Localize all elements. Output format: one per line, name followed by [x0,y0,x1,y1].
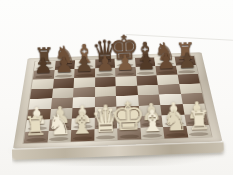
chessboard-scene: ♜♞♝♛♚♝♞♜♟♟♟♟♟♟♟♟♟♟♟♟♟♟♟♟♜♞♝♛♚♝♞♜ [13,0,220,175]
square-e6 [115,76,136,86]
board-grid: ♜♞♝♛♚♝♞♜♟♟♟♟♟♟♟♟♟♟♟♟♟♟♟♟♜♞♝♛♚♝♞♜ [22,56,212,144]
square-h5 [179,83,202,94]
square-h1: ♜ [186,125,211,138]
white-rook: ♜ [179,107,218,134]
brown-pawn: ♟ [169,50,204,72]
board-frame: ♜♞♝♛♚♝♞♜♟♟♟♟♟♟♟♟♟♟♟♟♟♟♟♟♜♞♝♛♚♝♞♜ [13,52,222,149]
square-a6 [31,79,53,89]
square-g6 [157,74,179,84]
square-d6 [95,77,116,87]
board-tilt: ♜♞♝♛♚♝♞♜♟♟♟♟♟♟♟♟♟♟♟♟♟♟♟♟♜♞♝♛♚♝♞♜ [13,52,222,149]
square-c5 [73,87,95,98]
square-g5 [158,84,181,95]
square-f6 [136,75,158,85]
photo-frame: ♜♞♝♛♚♝♞♜♟♟♟♟♟♟♟♟♟♟♟♟♟♟♟♟♜♞♝♛♚♝♞♜ [0,0,233,175]
square-h6 [177,74,200,84]
square-b6 [53,78,75,88]
